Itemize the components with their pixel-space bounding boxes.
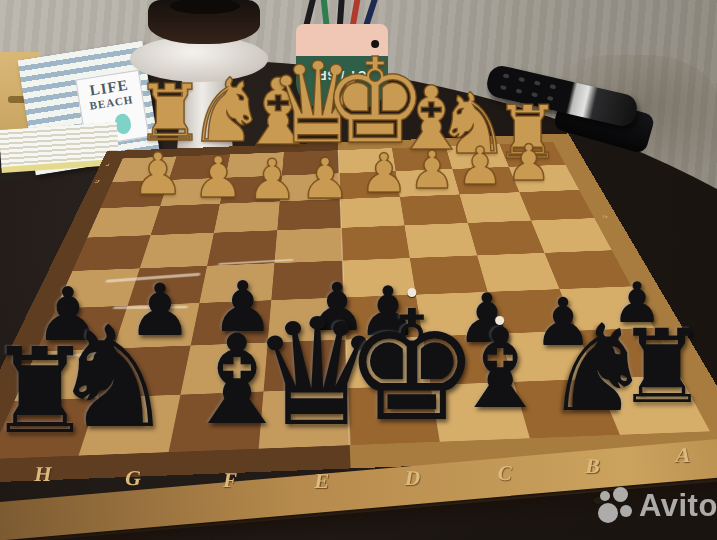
piece-black-knight: ♞ [50, 308, 176, 448]
piece-white-pawn: ♟ [360, 146, 408, 200]
king-finial-black [371, 40, 379, 48]
piece-white-pawn: ♟ [132, 145, 184, 203]
piece-black-rook: ♜ [616, 316, 707, 418]
pawn-glyph: ♟ [507, 138, 552, 188]
pawn-glyph: ♟ [247, 152, 297, 208]
square [404, 223, 477, 258]
square [519, 190, 594, 221]
rank-label: 2 [105, 162, 111, 166]
knight-glyph: ♞ [50, 308, 176, 448]
piece-white-pawn: ♟ [457, 140, 504, 192]
king-finial-white [496, 316, 505, 325]
square [140, 233, 214, 268]
square [531, 218, 612, 252]
piece-white-pawn: ♟ [300, 151, 350, 207]
piece-white-pawn: ♟ [192, 149, 243, 206]
pawn-glyph: ♟ [457, 140, 504, 192]
pawn-glyph: ♟ [132, 145, 184, 203]
pawn-glyph: ♟ [360, 146, 408, 200]
piece-white-pawn: ♟ [507, 138, 552, 188]
pawn-glyph: ♟ [300, 151, 350, 207]
rook-glyph: ♜ [616, 316, 707, 418]
pawn-glyph: ♟ [409, 144, 456, 196]
bishop-glyph: ♝ [451, 314, 550, 424]
avito-watermark: Avito [598, 487, 717, 525]
listing-photo-scene: LIFE BEACH CT / SP 235 [0, 0, 717, 540]
avito-logo-icon [598, 487, 634, 525]
avito-watermark-text: Avito [639, 488, 717, 524]
piece-black-bishop: ♝ [451, 314, 550, 424]
rank-label: 5 [601, 214, 609, 220]
square [275, 228, 342, 263]
rank-label: 3 [94, 179, 101, 184]
piece-white-pawn: ♟ [409, 144, 456, 196]
square [73, 235, 151, 271]
piece-white-pawn: ♟ [247, 152, 297, 208]
square [87, 206, 160, 238]
king-finial-white [407, 288, 416, 297]
square [341, 226, 410, 261]
square [400, 195, 468, 226]
pawn-glyph: ♟ [192, 149, 243, 206]
